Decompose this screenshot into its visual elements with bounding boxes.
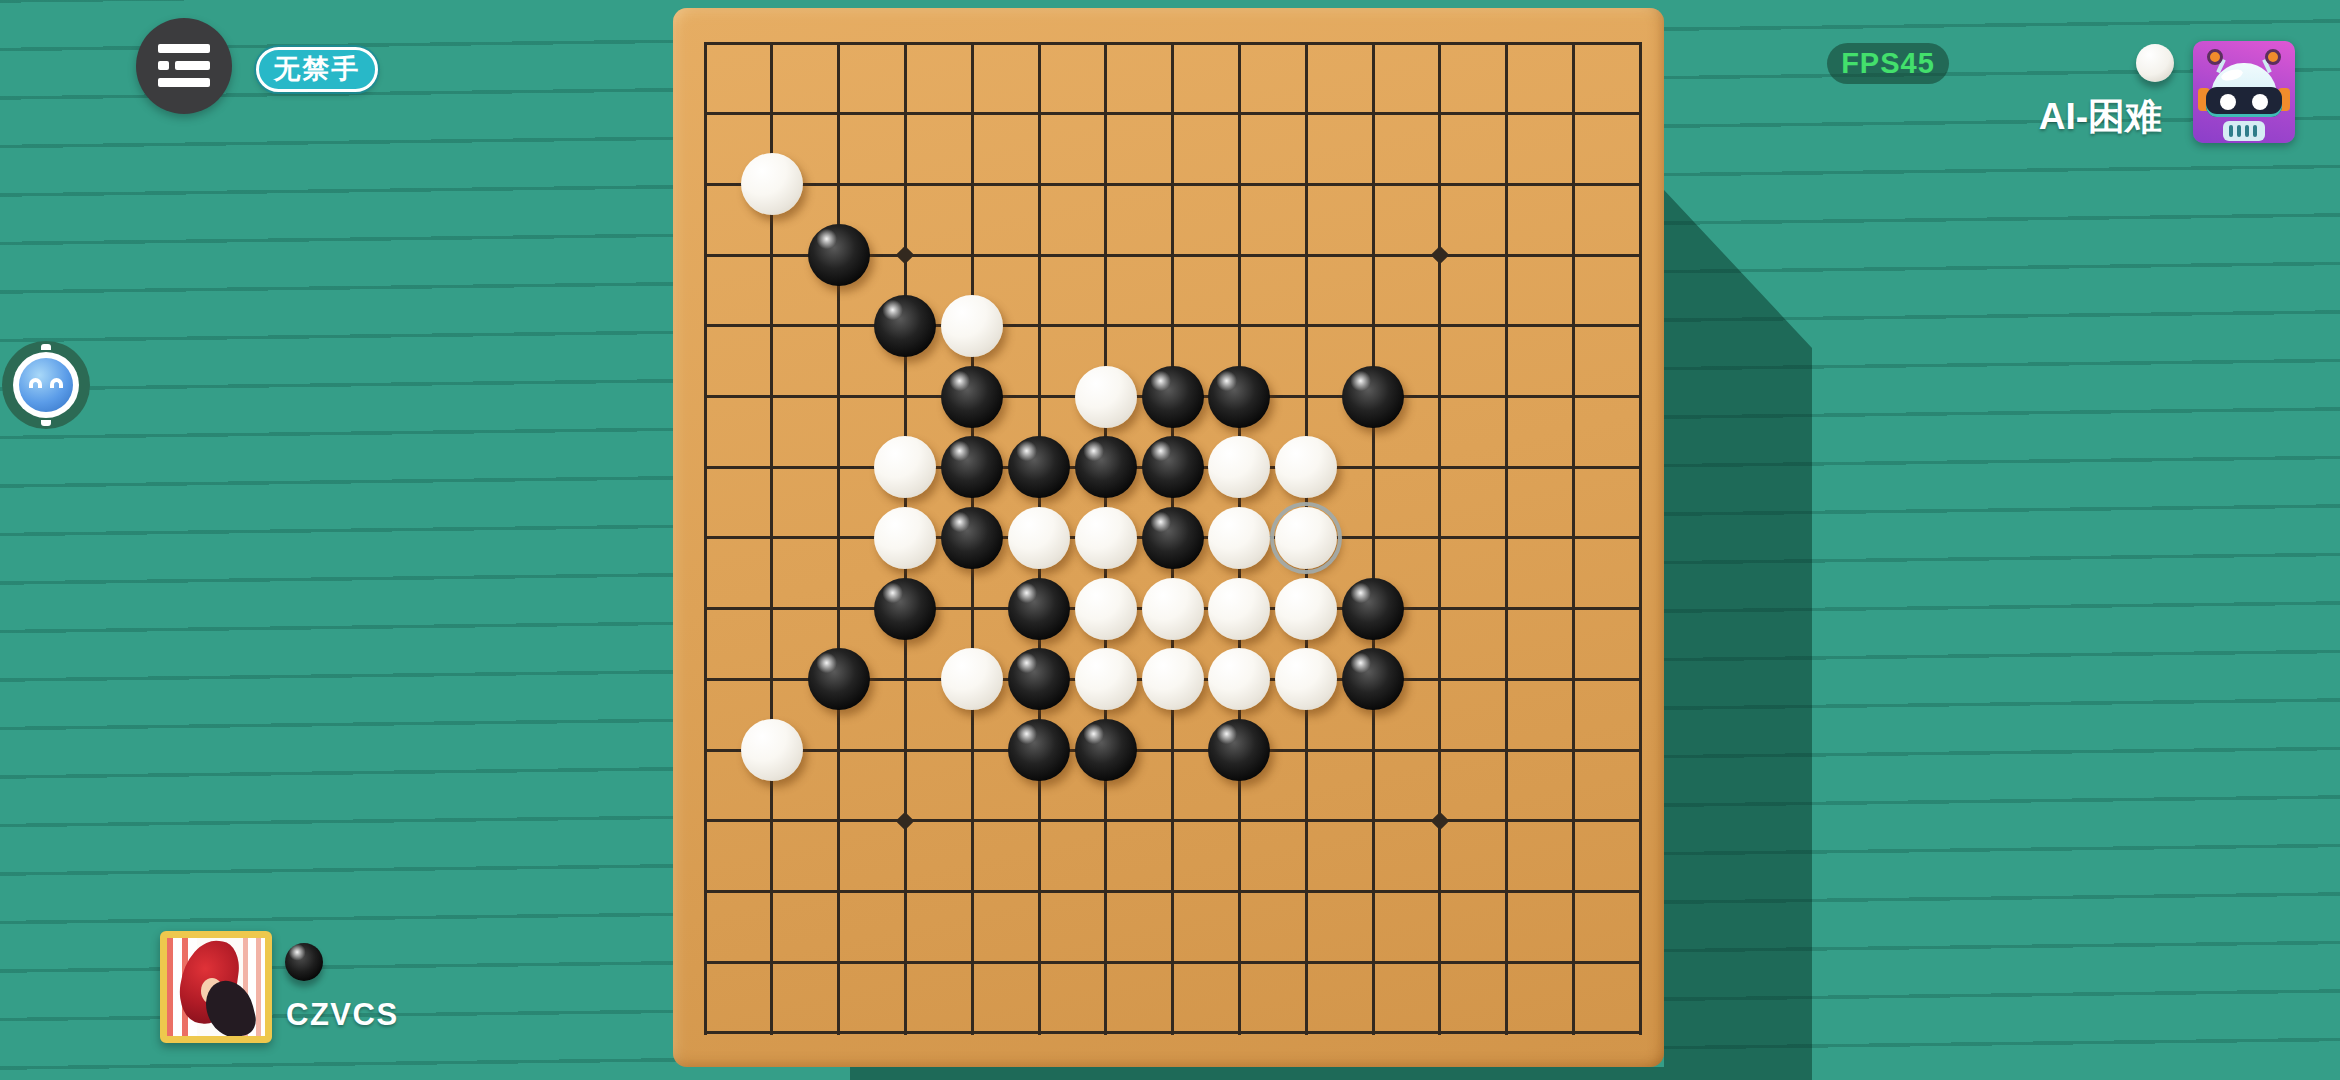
ai-robot-avatar	[2193, 41, 2295, 143]
assist-face-icon	[19, 358, 73, 412]
black-stone	[874, 578, 936, 640]
grid-line	[1438, 42, 1441, 1035]
black-stone	[1342, 578, 1404, 640]
hamburger-menu-icon	[158, 44, 210, 88]
assist-ring	[13, 352, 79, 418]
white-stone	[1075, 578, 1137, 640]
black-stone	[1008, 648, 1070, 710]
star-point	[1431, 811, 1449, 829]
white-stone	[1208, 436, 1270, 498]
white-stone	[1275, 648, 1337, 710]
black-stone	[941, 507, 1003, 569]
gomoku-board	[673, 8, 1664, 1067]
star-point	[1431, 246, 1449, 264]
black-stone	[1008, 436, 1070, 498]
black-stone	[1342, 648, 1404, 710]
white-stone	[1208, 507, 1270, 569]
robot-antenna-icon	[2207, 49, 2223, 65]
white-stone	[1075, 507, 1137, 569]
black-stone	[1208, 719, 1270, 781]
white-stone	[874, 507, 936, 569]
assist-floating-button[interactable]	[2, 341, 90, 429]
ai-white-stone-indicator-icon	[2136, 44, 2174, 82]
black-stone	[808, 648, 870, 710]
white-stone	[741, 719, 803, 781]
grid-line	[1639, 42, 1642, 1035]
menu-button[interactable]	[136, 18, 232, 114]
black-stone	[941, 366, 1003, 428]
white-stone	[1208, 578, 1270, 640]
fps-counter: FPS45	[1827, 43, 1949, 84]
black-stone	[808, 224, 870, 286]
star-point	[896, 811, 914, 829]
robot-visor-icon	[2206, 87, 2282, 117]
white-stone	[1075, 648, 1137, 710]
white-stone	[741, 153, 803, 215]
grid-line	[1372, 42, 1375, 1035]
ai-difficulty-label: AI-困难	[1900, 92, 2162, 142]
grid-line	[704, 819, 1642, 822]
black-stone	[1142, 436, 1204, 498]
grid-line	[1572, 42, 1575, 1035]
robot-antenna-icon	[2265, 49, 2281, 65]
star-point	[896, 246, 914, 264]
white-stone	[1208, 648, 1270, 710]
rule-mode-badge[interactable]: 无禁手	[256, 47, 378, 92]
player-black-stone-indicator-icon	[285, 943, 323, 981]
white-stone	[941, 648, 1003, 710]
black-stone	[1142, 507, 1204, 569]
black-stone	[1342, 366, 1404, 428]
black-stone	[874, 295, 936, 357]
rule-mode-label: 无禁手	[274, 56, 361, 83]
game-screen: 无禁手 FPS45 AI-困难 CZVCS	[0, 0, 2340, 1080]
robot-body-icon	[2223, 121, 2265, 141]
black-stone	[1008, 578, 1070, 640]
black-stone	[941, 436, 1003, 498]
white-stone	[1275, 507, 1337, 569]
white-stone	[941, 295, 1003, 357]
black-stone	[1208, 366, 1270, 428]
white-stone	[1275, 578, 1337, 640]
black-stone	[1008, 719, 1070, 781]
white-stone	[874, 436, 936, 498]
white-stone	[1142, 648, 1204, 710]
white-stone	[1008, 507, 1070, 569]
black-stone	[1142, 366, 1204, 428]
player-avatar	[160, 931, 272, 1043]
board-grid[interactable]	[705, 43, 1640, 1033]
grid-line	[1505, 42, 1508, 1035]
white-stone	[1275, 436, 1337, 498]
fps-label: FPS45	[1841, 47, 1935, 80]
white-stone	[1075, 366, 1137, 428]
black-stone	[1075, 719, 1137, 781]
player-name: CZVCS	[286, 997, 399, 1033]
grid-line	[704, 961, 1642, 964]
black-stone	[1075, 436, 1137, 498]
grid-line	[704, 749, 1642, 752]
grid-line	[704, 890, 1642, 893]
white-stone	[1142, 578, 1204, 640]
grid-line	[704, 1031, 1642, 1034]
